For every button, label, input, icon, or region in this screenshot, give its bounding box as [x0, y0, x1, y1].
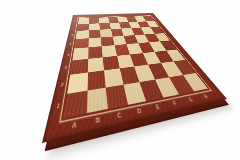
square-c6[interactable] [100, 29, 112, 37]
product-photo: 87654321 ABCDEFGH [0, 0, 240, 160]
square-a2[interactable] [67, 73, 87, 94]
square-a5[interactable] [74, 38, 88, 48]
